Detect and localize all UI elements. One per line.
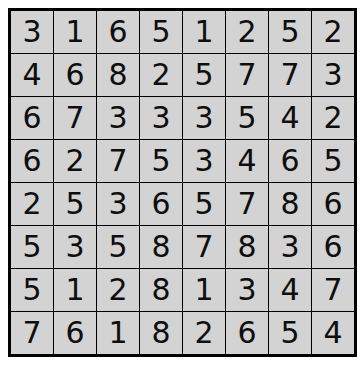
grid-cell[interactable]: 7 bbox=[54, 97, 96, 139]
grid-cell[interactable]: 2 bbox=[226, 11, 268, 53]
grid-cell[interactable]: 7 bbox=[11, 312, 53, 354]
grid-cell[interactable]: 1 bbox=[54, 11, 96, 53]
grid-cell[interactable]: 5 bbox=[226, 97, 268, 139]
grid-cell[interactable]: 2 bbox=[312, 11, 354, 53]
grid-cell[interactable]: 2 bbox=[11, 183, 53, 225]
grid-cell[interactable]: 5 bbox=[269, 312, 311, 354]
grid-cell[interactable]: 6 bbox=[11, 140, 53, 182]
grid-cell[interactable]: 5 bbox=[11, 269, 53, 311]
grid-cell[interactable]: 6 bbox=[140, 183, 182, 225]
grid-cell[interactable]: 3 bbox=[11, 11, 53, 53]
grid-cell[interactable]: 4 bbox=[269, 269, 311, 311]
grid-cell[interactable]: 8 bbox=[226, 226, 268, 268]
grid-cell[interactable]: 6 bbox=[226, 312, 268, 354]
grid-cell[interactable]: 3 bbox=[140, 97, 182, 139]
grid-cell[interactable]: 6 bbox=[312, 226, 354, 268]
grid-cell[interactable]: 5 bbox=[183, 183, 225, 225]
grid-cell[interactable]: 4 bbox=[312, 312, 354, 354]
grid-cell[interactable]: 5 bbox=[269, 11, 311, 53]
grid-cell[interactable]: 3 bbox=[226, 269, 268, 311]
grid-cell[interactable]: 2 bbox=[312, 97, 354, 139]
grid-cell[interactable]: 2 bbox=[97, 269, 139, 311]
grid-cell[interactable]: 6 bbox=[11, 97, 53, 139]
grid-cell[interactable]: 4 bbox=[11, 54, 53, 96]
grid-cell[interactable]: 3 bbox=[183, 140, 225, 182]
grid-cell[interactable]: 3 bbox=[54, 226, 96, 268]
grid-cell[interactable]: 5 bbox=[312, 140, 354, 182]
grid-cell[interactable]: 6 bbox=[269, 140, 311, 182]
grid-cell[interactable]: 8 bbox=[140, 269, 182, 311]
grid-cell[interactable]: 6 bbox=[312, 183, 354, 225]
grid-cell[interactable]: 7 bbox=[226, 183, 268, 225]
grid-cell[interactable]: 1 bbox=[54, 269, 96, 311]
grid-cell[interactable]: 3 bbox=[97, 97, 139, 139]
grid-cell[interactable]: 7 bbox=[269, 54, 311, 96]
grid-cell[interactable]: 1 bbox=[183, 11, 225, 53]
grid-cell[interactable]: 5 bbox=[140, 140, 182, 182]
grid-cell[interactable]: 7 bbox=[312, 269, 354, 311]
grid-cell[interactable]: 1 bbox=[97, 312, 139, 354]
grid-cell[interactable]: 6 bbox=[54, 312, 96, 354]
grid-cell[interactable]: 6 bbox=[97, 11, 139, 53]
grid-cell[interactable]: 8 bbox=[97, 54, 139, 96]
grid-cell[interactable]: 2 bbox=[183, 312, 225, 354]
grid-cell[interactable]: 3 bbox=[312, 54, 354, 96]
grid-cell[interactable]: 4 bbox=[226, 140, 268, 182]
grid-cell[interactable]: 2 bbox=[54, 140, 96, 182]
grid-cell[interactable]: 5 bbox=[140, 11, 182, 53]
puzzle-board: 3165125246825773673335426275346525365786… bbox=[8, 8, 357, 357]
grid-cell[interactable]: 8 bbox=[140, 312, 182, 354]
grid-cell[interactable]: 8 bbox=[140, 226, 182, 268]
grid-cell[interactable]: 7 bbox=[183, 226, 225, 268]
grid-cell[interactable]: 3 bbox=[269, 226, 311, 268]
page: 3165125246825773673335426275346525365786… bbox=[0, 0, 363, 365]
grid-cell[interactable]: 4 bbox=[269, 97, 311, 139]
grid-cell[interactable]: 1 bbox=[183, 269, 225, 311]
grid-cell[interactable]: 7 bbox=[226, 54, 268, 96]
grid-cell[interactable]: 5 bbox=[97, 226, 139, 268]
grid-cell[interactable]: 7 bbox=[97, 140, 139, 182]
grid-cell[interactable]: 5 bbox=[183, 54, 225, 96]
grid-cell[interactable]: 5 bbox=[11, 226, 53, 268]
grid-cell[interactable]: 6 bbox=[54, 54, 96, 96]
grid-cell[interactable]: 2 bbox=[140, 54, 182, 96]
grid-cell[interactable]: 3 bbox=[183, 97, 225, 139]
grid-cell[interactable]: 5 bbox=[54, 183, 96, 225]
grid-cell[interactable]: 8 bbox=[269, 183, 311, 225]
grid-cell[interactable]: 3 bbox=[97, 183, 139, 225]
